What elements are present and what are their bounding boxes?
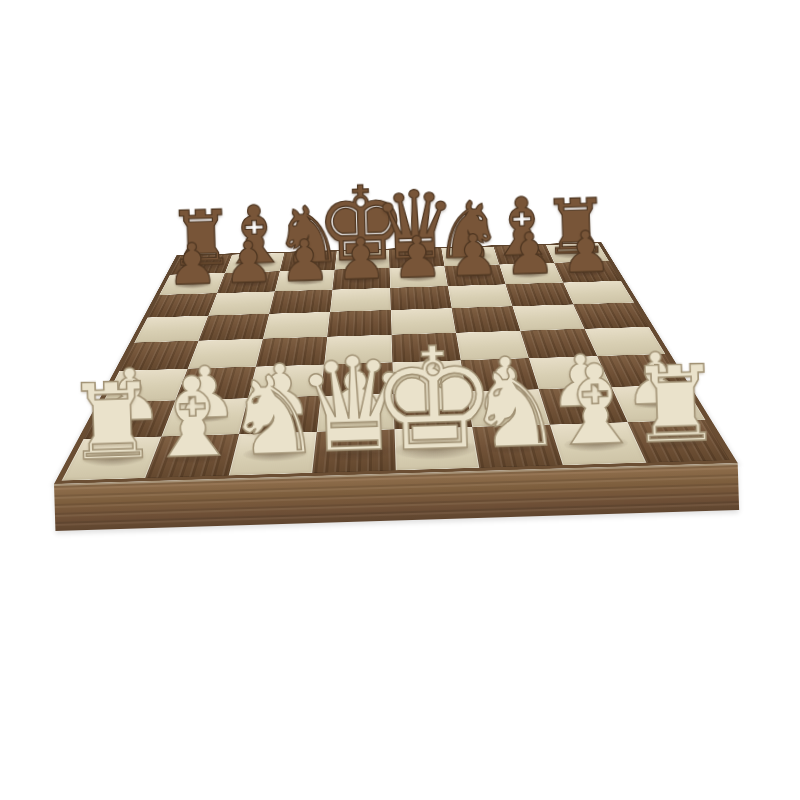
piece-black-pawn-f7[interactable]: ♟ xyxy=(447,227,499,285)
pieces-layer: ♜♝♞♚♛♞♝♜♟♟♟♟♟♟♟♟♟♟♟♟♟♟♟♟♜♝♞♛♚♞♝♜ xyxy=(0,0,800,800)
piece-black-pawn-g7[interactable]: ♟ xyxy=(504,225,556,283)
piece-black-pawn-b7[interactable]: ♟ xyxy=(222,234,274,292)
piece-black-pawn-e7[interactable]: ♟ xyxy=(391,228,443,286)
board-tilt-wrapper: ♜♝♞♚♛♞♝♜♟♟♟♟♟♟♟♟♟♟♟♟♟♟♟♟♜♝♞♛♚♞♝♜ xyxy=(0,0,800,800)
piece-black-pawn-h7[interactable]: ♟ xyxy=(560,223,612,281)
piece-black-pawn-a7[interactable]: ♟ xyxy=(166,235,218,293)
piece-black-pawn-c7[interactable]: ♟ xyxy=(279,232,331,290)
piece-black-pawn-d7[interactable]: ♟ xyxy=(335,230,387,288)
chess-set-photo: ♜♝♞♚♛♞♝♜♟♟♟♟♟♟♟♟♟♟♟♟♟♟♟♟♜♝♞♛♚♞♝♜ xyxy=(0,0,800,800)
piece-white-rook-h1[interactable]: ♜ xyxy=(627,351,724,458)
